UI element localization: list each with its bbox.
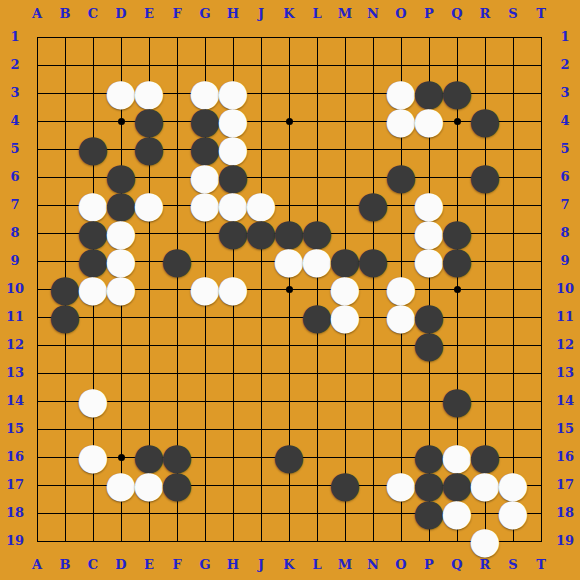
- row-label-right: 18: [551, 505, 579, 521]
- stone-white-D10[interactable]: ●: [107, 275, 135, 303]
- column-label-top: O: [387, 6, 415, 22]
- stone-white-R19[interactable]: ●: [471, 527, 499, 555]
- row-label-right: 17: [551, 477, 579, 493]
- row-label-right: 4: [551, 113, 579, 129]
- column-label-bottom: H: [219, 557, 247, 573]
- stones-layer[interactable]: ●●●●●●●●●●●●●●●●●●●●●●●●●●●●●●●●●●●●●●●●…: [23, 23, 555, 555]
- stone-white-S18[interactable]: ●: [499, 499, 527, 527]
- column-label-bottom: M: [331, 557, 359, 573]
- column-label-top: E: [135, 6, 163, 22]
- stone-white-E17[interactable]: ●: [135, 471, 163, 499]
- stone-white-C14[interactable]: ●: [79, 387, 107, 415]
- column-label-bottom: O: [387, 557, 415, 573]
- stone-black-R4[interactable]: ●: [471, 107, 499, 135]
- column-label-top: S: [499, 6, 527, 22]
- row-label-right: 19: [551, 533, 579, 549]
- stone-black-C5[interactable]: ●: [79, 135, 107, 163]
- row-label-right: 5: [551, 141, 579, 157]
- column-label-top: P: [415, 6, 443, 22]
- column-label-bottom: J: [247, 557, 275, 573]
- stone-black-P18[interactable]: ●: [415, 499, 443, 527]
- stone-white-C10[interactable]: ●: [79, 275, 107, 303]
- go-board: AA11BB22CC33DD44EE55FF66GG77HH88JJ99KK10…: [0, 0, 580, 580]
- stone-white-G10[interactable]: ●: [191, 275, 219, 303]
- stone-white-D17[interactable]: ●: [107, 471, 135, 499]
- column-label-bottom: E: [135, 557, 163, 573]
- row-label-right: 16: [551, 449, 579, 465]
- stone-black-E5[interactable]: ●: [135, 135, 163, 163]
- stone-white-O11[interactable]: ●: [387, 303, 415, 331]
- stone-black-N7[interactable]: ●: [359, 191, 387, 219]
- column-label-top: K: [275, 6, 303, 22]
- column-label-top: H: [219, 6, 247, 22]
- stone-white-K9[interactable]: ●: [275, 247, 303, 275]
- row-label-right: 11: [551, 309, 579, 325]
- column-label-top: N: [359, 6, 387, 22]
- column-label-bottom: A: [23, 557, 51, 573]
- column-label-bottom: K: [275, 557, 303, 573]
- stone-white-O4[interactable]: ●: [387, 107, 415, 135]
- stone-white-O17[interactable]: ●: [387, 471, 415, 499]
- column-label-top: F: [163, 6, 191, 22]
- row-label-right: 6: [551, 169, 579, 185]
- stone-black-Q14[interactable]: ●: [443, 387, 471, 415]
- row-label-right: 7: [551, 197, 579, 213]
- column-label-top: M: [331, 6, 359, 22]
- column-label-bottom: P: [415, 557, 443, 573]
- stone-white-L9[interactable]: ●: [303, 247, 331, 275]
- row-label-right: 1: [551, 29, 579, 45]
- stone-white-D3[interactable]: ●: [107, 79, 135, 107]
- row-label-right: 3: [551, 85, 579, 101]
- stone-black-R6[interactable]: ●: [471, 163, 499, 191]
- stone-black-P12[interactable]: ●: [415, 331, 443, 359]
- stone-black-H8[interactable]: ●: [219, 219, 247, 247]
- column-label-top: B: [51, 6, 79, 22]
- stone-black-F17[interactable]: ●: [163, 471, 191, 499]
- column-label-top: Q: [443, 6, 471, 22]
- stone-white-H10[interactable]: ●: [219, 275, 247, 303]
- row-label-right: 8: [551, 225, 579, 241]
- column-label-top: T: [527, 6, 555, 22]
- stone-black-Q3[interactable]: ●: [443, 79, 471, 107]
- stone-black-L11[interactable]: ●: [303, 303, 331, 331]
- column-label-bottom: S: [499, 557, 527, 573]
- column-label-top: L: [303, 6, 331, 22]
- go-board-screen: AA11BB22CC33DD44EE55FF66GG77HH88JJ99KK10…: [0, 0, 580, 580]
- row-label-right: 13: [551, 365, 579, 381]
- stone-black-Q9[interactable]: ●: [443, 247, 471, 275]
- column-label-top: G: [191, 6, 219, 22]
- stone-white-R17[interactable]: ●: [471, 471, 499, 499]
- column-label-bottom: G: [191, 557, 219, 573]
- stone-white-P9[interactable]: ●: [415, 247, 443, 275]
- stone-white-G7[interactable]: ●: [191, 191, 219, 219]
- row-label-right: 9: [551, 253, 579, 269]
- column-label-bottom: L: [303, 557, 331, 573]
- column-label-bottom: N: [359, 557, 387, 573]
- stone-white-P4[interactable]: ●: [415, 107, 443, 135]
- row-label-right: 2: [551, 57, 579, 73]
- column-label-bottom: F: [163, 557, 191, 573]
- row-label-right: 10: [551, 281, 579, 297]
- stone-black-M17[interactable]: ●: [331, 471, 359, 499]
- column-label-top: C: [79, 6, 107, 22]
- column-label-bottom: D: [107, 557, 135, 573]
- stone-white-Q18[interactable]: ●: [443, 499, 471, 527]
- stone-black-J8[interactable]: ●: [247, 219, 275, 247]
- stone-black-O6[interactable]: ●: [387, 163, 415, 191]
- column-label-top: J: [247, 6, 275, 22]
- stone-black-N9[interactable]: ●: [359, 247, 387, 275]
- column-label-bottom: T: [527, 557, 555, 573]
- column-label-bottom: C: [79, 557, 107, 573]
- stone-black-K16[interactable]: ●: [275, 443, 303, 471]
- column-label-bottom: Q: [443, 557, 471, 573]
- stone-white-C16[interactable]: ●: [79, 443, 107, 471]
- row-label-right: 15: [551, 421, 579, 437]
- row-label-right: 12: [551, 337, 579, 353]
- stone-white-E7[interactable]: ●: [135, 191, 163, 219]
- column-label-top: D: [107, 6, 135, 22]
- stone-black-B11[interactable]: ●: [51, 303, 79, 331]
- row-label-right: 14: [551, 393, 579, 409]
- stone-white-M11[interactable]: ●: [331, 303, 359, 331]
- column-label-top: R: [471, 6, 499, 22]
- column-label-top: A: [23, 6, 51, 22]
- stone-black-F9[interactable]: ●: [163, 247, 191, 275]
- column-label-bottom: B: [51, 557, 79, 573]
